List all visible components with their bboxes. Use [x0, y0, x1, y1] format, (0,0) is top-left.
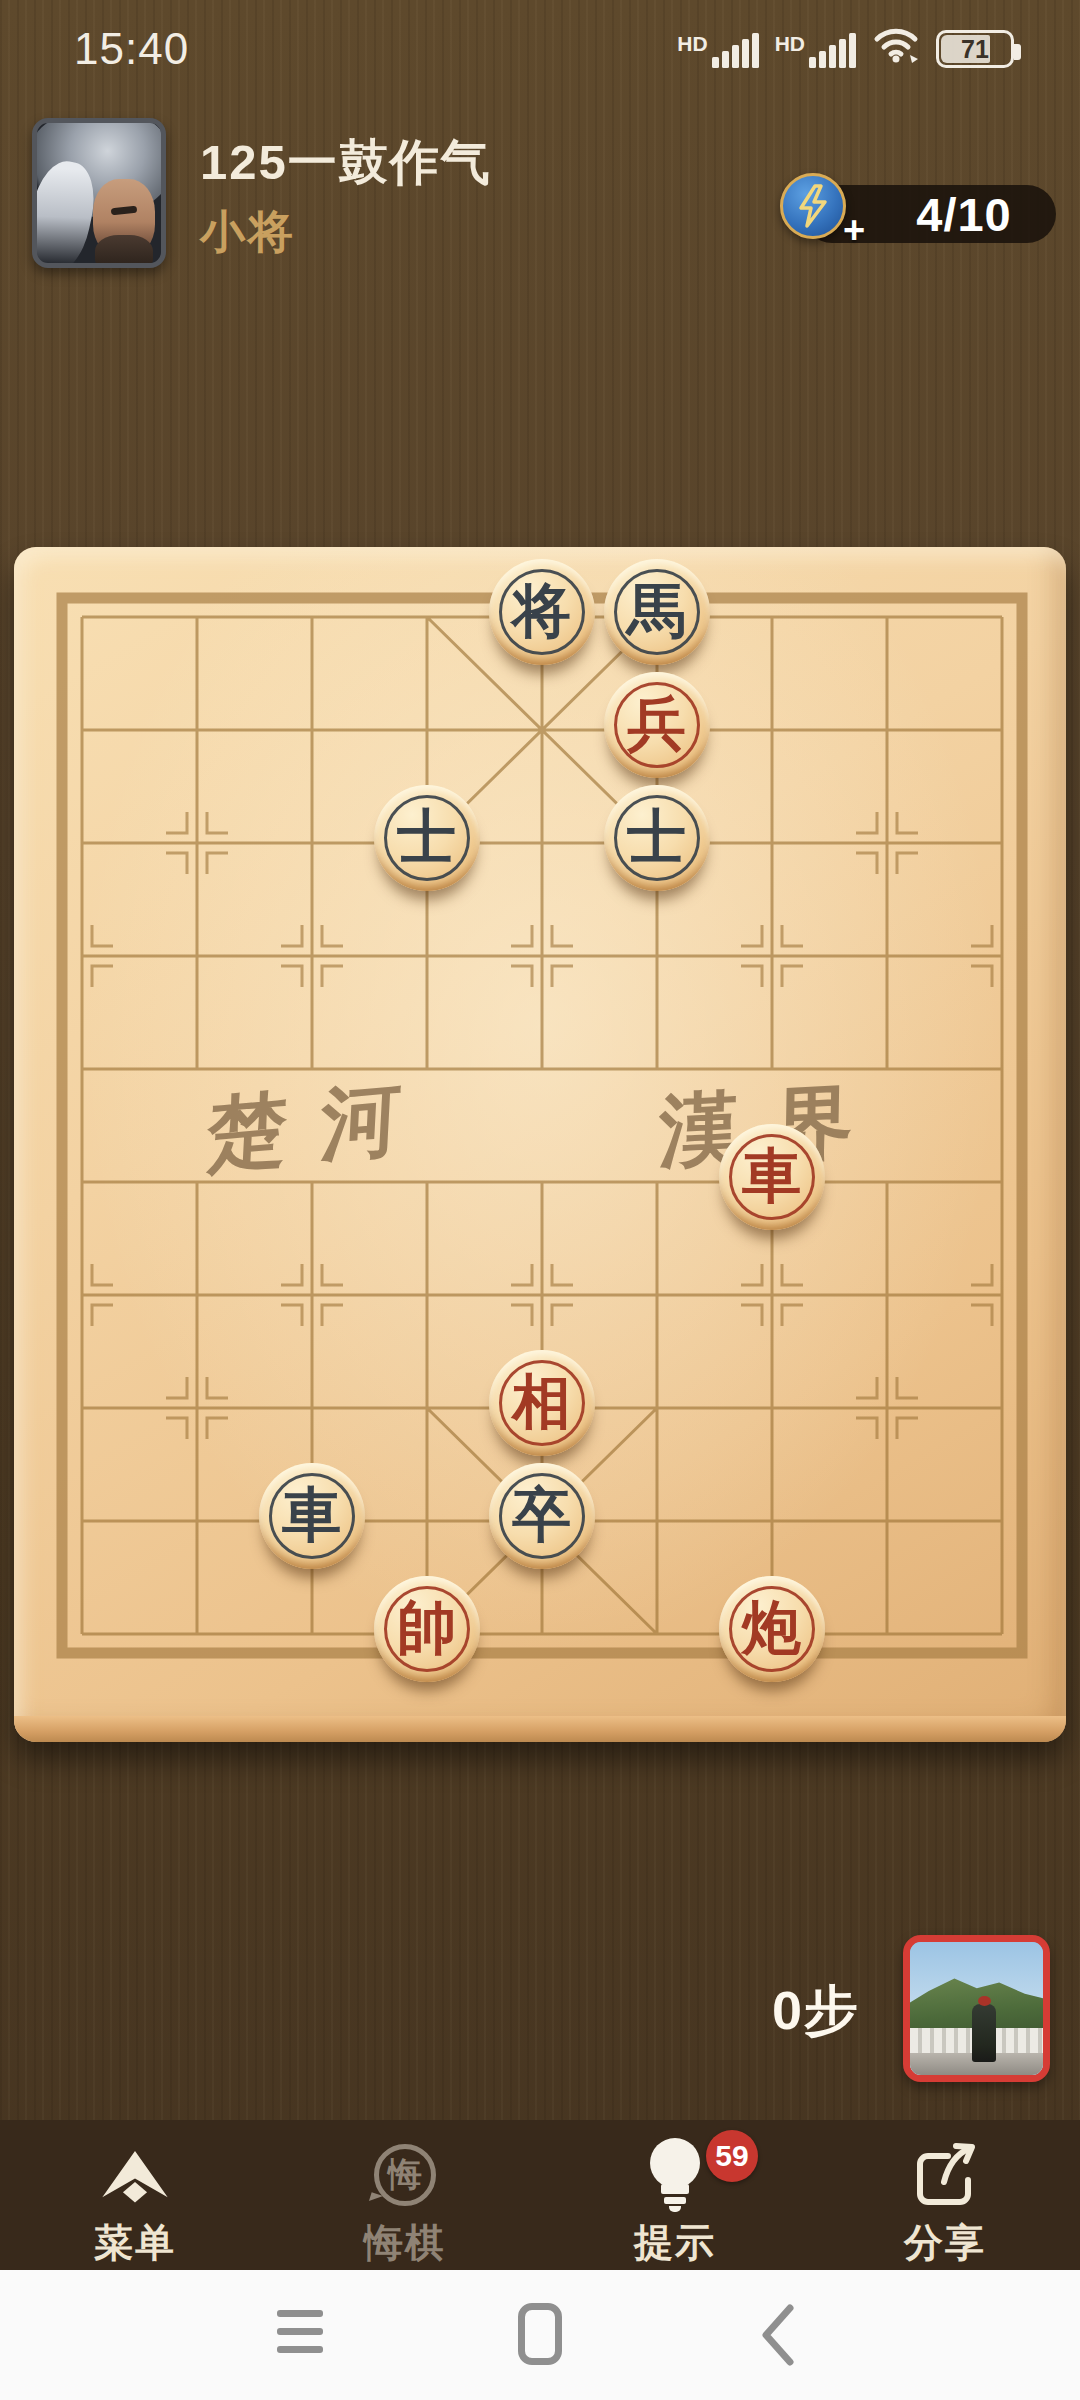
piece-character: 炮	[742, 1598, 801, 1657]
player-rank: 小将	[200, 202, 296, 262]
nav-menu-icon[interactable]	[277, 2310, 323, 2353]
xiangqi-piece-red-帥[interactable]: 帥	[374, 1576, 480, 1682]
piece-character: 馬	[627, 581, 686, 640]
wifi-icon	[872, 24, 920, 68]
xiangqi-piece-black-士[interactable]: 士	[604, 785, 710, 891]
energy-count-text: 4/10	[889, 185, 1039, 243]
photo-thumbnail[interactable]	[903, 1935, 1050, 2082]
piece-character: 士	[397, 807, 456, 866]
battery-percent-text: 71	[961, 35, 989, 64]
piece-character: 車	[742, 1146, 801, 1205]
signal-bars-icon-2: HD	[775, 33, 856, 68]
bottom-toolbar: 菜单 悔 悔棋 59 提示	[0, 2120, 1080, 2270]
share-label: 分享	[904, 2216, 986, 2270]
xiangqi-piece-red-車[interactable]: 車	[719, 1124, 825, 1230]
hud-row: 0步	[0, 1925, 1080, 2095]
android-nav-bar	[0, 2270, 1080, 2400]
status-bar: 15:40 HD HD 71	[0, 18, 1080, 78]
xiangqi-board[interactable]: 楚河 漢界 将馬兵士士車相車卒帥炮	[14, 547, 1066, 1742]
hint-bulb-icon: 59	[648, 2134, 702, 2216]
piece-character: 兵	[627, 694, 686, 753]
avatar-beard-art	[95, 235, 153, 268]
plus-icon[interactable]: +	[843, 209, 865, 252]
menu-arrow-icon	[92, 2134, 178, 2216]
hd-label-2: HD	[775, 32, 805, 56]
signal-bars-icon-1: HD	[677, 33, 758, 68]
xiangqi-piece-black-馬[interactable]: 馬	[604, 559, 710, 665]
lightning-icon	[780, 173, 846, 239]
xiangqi-piece-red-相[interactable]: 相	[489, 1350, 595, 1456]
undo-icon-char: 悔	[388, 2152, 422, 2198]
player-info-row: 125一鼓作气 小将 + 4/10	[0, 110, 1080, 290]
hint-button[interactable]: 59 提示	[540, 2120, 810, 2270]
share-icon	[906, 2134, 984, 2216]
hint-label: 提示	[634, 2216, 716, 2270]
level-title: 125一鼓作气	[200, 130, 492, 196]
avatar	[32, 118, 166, 268]
xiangqi-piece-black-卒[interactable]: 卒	[489, 1463, 595, 1569]
piece-character: 車	[282, 1485, 341, 1544]
piece-character: 将	[512, 581, 571, 640]
app-screen: 15:40 HD HD 71	[0, 0, 1080, 2400]
xiangqi-piece-black-車[interactable]: 車	[259, 1463, 365, 1569]
move-count-text: 0步	[772, 1975, 860, 2048]
share-button[interactable]: 分享	[810, 2120, 1080, 2270]
undo-icon: 悔	[374, 2134, 436, 2216]
piece-character: 士	[627, 807, 686, 866]
xiangqi-piece-red-兵[interactable]: 兵	[604, 672, 710, 778]
clock-text: 15:40	[74, 24, 189, 74]
battery-icon: 71	[936, 30, 1014, 68]
undo-label: 悔棋	[364, 2216, 446, 2270]
hd-label-1: HD	[677, 32, 707, 56]
piece-character: 卒	[512, 1485, 571, 1544]
menu-label: 菜单	[94, 2216, 176, 2270]
nav-back-icon[interactable]	[760, 2304, 796, 2370]
board-grid: 将馬兵士士車相車卒帥炮	[24, 560, 1059, 1690]
thumbnail-cap-art	[978, 1996, 991, 2006]
xiangqi-piece-black-将[interactable]: 将	[489, 559, 595, 665]
xiangqi-piece-black-士[interactable]: 士	[374, 785, 480, 891]
piece-character: 相	[512, 1372, 571, 1431]
undo-button[interactable]: 悔 悔棋	[270, 2120, 540, 2270]
nav-home-icon[interactable]	[518, 2303, 562, 2365]
status-icons: HD HD 71	[677, 28, 1014, 68]
menu-button[interactable]: 菜单	[0, 2120, 270, 2270]
piece-character: 帥	[397, 1598, 456, 1657]
hint-count-badge: 59	[706, 2130, 758, 2182]
xiangqi-piece-red-炮[interactable]: 炮	[719, 1576, 825, 1682]
thumbnail-person-art	[972, 2004, 996, 2062]
energy-badge[interactable]: + 4/10	[803, 185, 1056, 243]
